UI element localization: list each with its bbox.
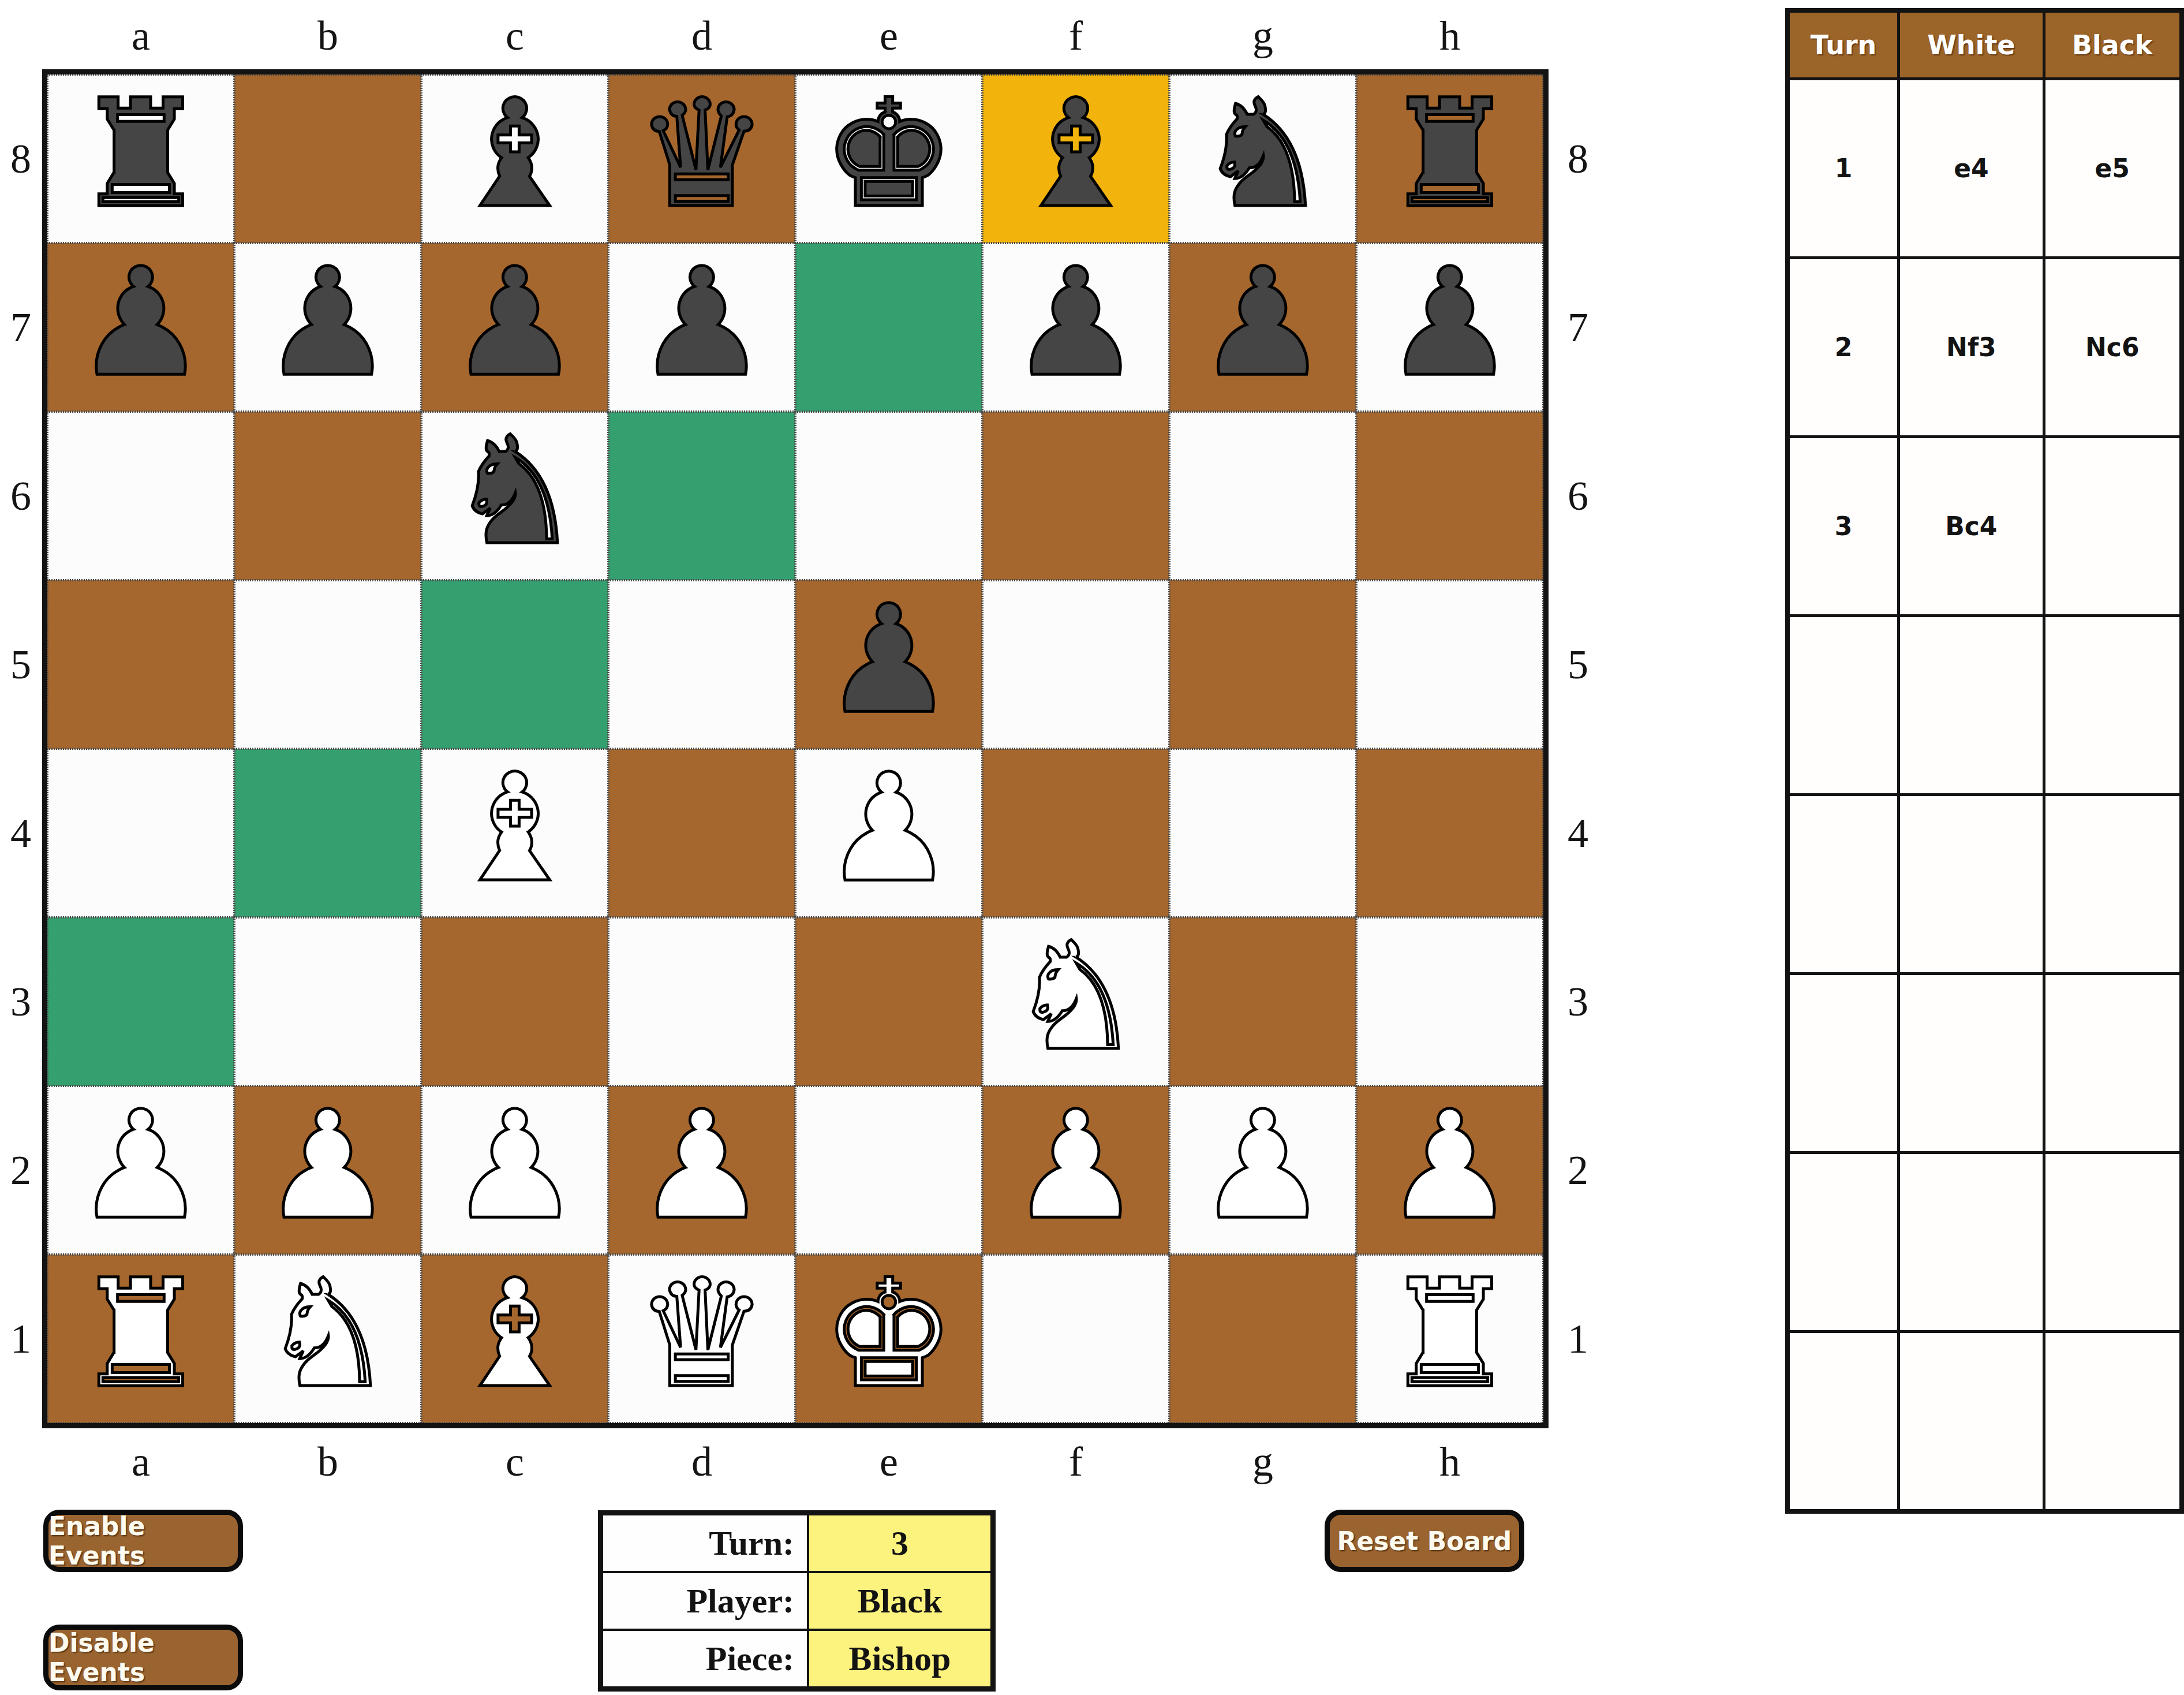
black-pawn-icon: ♟ <box>1196 248 1329 397</box>
move-row-7 <box>1787 1153 2182 1332</box>
square-b8[interactable] <box>234 74 421 243</box>
square-d5[interactable] <box>608 580 795 749</box>
black-knight-icon: ♞ <box>1196 80 1329 229</box>
file-label-d-bottom: d <box>608 1427 795 1496</box>
white-rook-icon: ♜ <box>1383 1260 1516 1409</box>
square-b2[interactable]: ♟ <box>234 1086 421 1255</box>
move-cell-black-6 <box>2044 974 2182 1153</box>
square-f1[interactable] <box>982 1255 1169 1423</box>
move-cell-turn-3: 3 <box>1787 437 1899 616</box>
file-label-b-top: b <box>234 8 421 64</box>
move-cell-turn-8 <box>1787 1332 1899 1512</box>
black-pawn-icon: ♟ <box>1009 248 1142 397</box>
square-h1[interactable]: ♜ <box>1356 1255 1543 1423</box>
disable-events-button[interactable]: Disable Events <box>43 1625 243 1690</box>
square-h4[interactable] <box>1356 749 1543 917</box>
white-king-icon: ♚ <box>822 1260 955 1409</box>
black-rook-icon: ♜ <box>1383 80 1516 229</box>
square-d2[interactable]: ♟ <box>608 1086 795 1255</box>
move-list-body: 1e4e52Nf3Nc63Bc4 <box>1787 79 2182 1512</box>
move-cell-turn-6 <box>1787 974 1899 1153</box>
square-c5[interactable] <box>421 580 608 749</box>
rank-label-2-right: 2 <box>1543 1086 1613 1255</box>
file-label-d-top: d <box>608 8 795 64</box>
white-pawn-icon: ♟ <box>74 1091 207 1240</box>
file-label-a-bottom: a <box>47 1427 234 1496</box>
status-row-turn: Turn: 3 <box>601 1513 993 1573</box>
black-pawn-icon: ♟ <box>1383 248 1516 397</box>
status-player-label: Player: <box>601 1572 809 1630</box>
rank-label-5-left: 5 <box>0 580 42 749</box>
move-list-header: TurnWhiteBlack <box>1787 10 2182 79</box>
move-cell-white-1: e4 <box>1899 79 2044 258</box>
square-g8[interactable]: ♞ <box>1169 74 1356 243</box>
file-label-g-bottom: g <box>1169 1427 1356 1496</box>
status-table: Turn: 3 Player: Black Piece: Bishop <box>598 1510 996 1692</box>
rank-label-8-right: 8 <box>1543 74 1613 243</box>
move-row-8 <box>1787 1332 2182 1512</box>
rank-label-4-left: 4 <box>0 749 42 917</box>
white-bishop-icon: ♝ <box>448 1260 581 1409</box>
move-cell-black-7 <box>2044 1153 2182 1332</box>
square-b7[interactable]: ♟ <box>234 243 421 412</box>
move-row-5 <box>1787 795 2182 974</box>
black-king-icon: ♚ <box>822 80 955 229</box>
square-f2[interactable]: ♟ <box>982 1086 1169 1255</box>
move-cell-black-4 <box>2044 616 2182 795</box>
square-d8[interactable]: ♛ <box>608 74 795 243</box>
file-label-a-top: a <box>47 8 234 64</box>
move-cell-turn-2: 2 <box>1787 258 1899 437</box>
move-cell-white-4 <box>1899 616 2044 795</box>
square-h7[interactable]: ♟ <box>1356 243 1543 412</box>
square-b6[interactable] <box>234 412 421 580</box>
black-pawn-icon: ♟ <box>635 248 768 397</box>
move-header-turn: Turn <box>1787 10 1899 79</box>
square-g5[interactable] <box>1169 580 1356 749</box>
square-a1[interactable]: ♜ <box>47 1255 234 1423</box>
file-label-h-bottom: h <box>1356 1427 1543 1496</box>
white-pawn-icon: ♟ <box>448 1091 581 1240</box>
enable-events-button[interactable]: Enable Events <box>43 1510 243 1572</box>
move-cell-white-5 <box>1899 795 2044 974</box>
square-e4[interactable]: ♟ <box>795 749 982 917</box>
square-b3[interactable] <box>234 917 421 1086</box>
square-e2[interactable] <box>795 1086 982 1255</box>
reset-board-button[interactable]: Reset Board <box>1325 1510 1524 1572</box>
move-row-1: 1e4e5 <box>1787 79 2182 258</box>
white-knight-icon: ♞ <box>1009 923 1142 1071</box>
square-f5[interactable] <box>982 580 1169 749</box>
square-c1[interactable]: ♝ <box>421 1255 608 1423</box>
rank-label-4-right: 4 <box>1543 749 1613 917</box>
chess-app: abcdefgh 87654321 ♜♝♛♚♝♞♜♟♟♟♟♟♟♟♞♟♝♟♞♟♟♟… <box>0 0 2184 1695</box>
square-a2[interactable]: ♟ <box>47 1086 234 1255</box>
file-label-f-bottom: f <box>982 1427 1169 1496</box>
black-pawn-icon: ♟ <box>74 248 207 397</box>
white-pawn-icon: ♟ <box>635 1091 768 1240</box>
square-c6[interactable]: ♞ <box>421 412 608 580</box>
move-row-3: 3Bc4 <box>1787 437 2182 616</box>
square-b1[interactable]: ♞ <box>234 1255 421 1423</box>
white-pawn-icon: ♟ <box>1009 1091 1142 1240</box>
move-cell-black-8 <box>2044 1332 2182 1512</box>
black-rook-icon: ♜ <box>74 80 207 229</box>
status-player-value: Black <box>808 1572 993 1630</box>
status-piece-label: Piece: <box>601 1630 809 1689</box>
square-d3[interactable] <box>608 917 795 1086</box>
file-label-b-bottom: b <box>234 1427 421 1496</box>
rank-label-8-left: 8 <box>0 74 42 243</box>
square-e3[interactable] <box>795 917 982 1086</box>
square-g2[interactable]: ♟ <box>1169 1086 1356 1255</box>
move-header-row: TurnWhiteBlack <box>1787 10 2182 79</box>
square-h3[interactable] <box>1356 917 1543 1086</box>
black-bishop-icon: ♝ <box>1009 80 1142 229</box>
square-f6[interactable] <box>982 412 1169 580</box>
white-pawn-icon: ♟ <box>1196 1091 1329 1240</box>
status-turn-label: Turn: <box>601 1513 809 1573</box>
black-queen-icon: ♛ <box>635 80 768 229</box>
square-f7[interactable]: ♟ <box>982 243 1169 412</box>
white-pawn-icon: ♟ <box>261 1091 394 1240</box>
square-f3[interactable]: ♞ <box>982 917 1169 1086</box>
white-queen-icon: ♛ <box>635 1260 768 1409</box>
rank-label-6-left: 6 <box>0 412 42 580</box>
move-list-table: TurnWhiteBlack 1e4e52Nf3Nc63Bc4 <box>1785 8 2184 1514</box>
status-piece-value: Bishop <box>808 1630 993 1689</box>
square-a5[interactable] <box>47 580 234 749</box>
black-pawn-icon: ♟ <box>261 248 394 397</box>
move-cell-white-2: Nf3 <box>1899 258 2044 437</box>
square-e6[interactable] <box>795 412 982 580</box>
rank-label-2-left: 2 <box>0 1086 42 1255</box>
square-e8[interactable]: ♚ <box>795 74 982 243</box>
rank-labels-right: 87654321 <box>1543 74 1613 1423</box>
move-cell-turn-4 <box>1787 616 1899 795</box>
move-cell-turn-1: 1 <box>1787 79 1899 258</box>
rank-label-6-right: 6 <box>1543 412 1613 580</box>
square-h6[interactable] <box>1356 412 1543 580</box>
square-e5[interactable]: ♟ <box>795 580 982 749</box>
file-label-f-top: f <box>982 8 1169 64</box>
file-label-e-top: e <box>795 8 982 64</box>
square-g7[interactable]: ♟ <box>1169 243 1356 412</box>
black-pawn-icon: ♟ <box>822 585 955 734</box>
white-knight-icon: ♞ <box>261 1260 394 1409</box>
square-h8[interactable]: ♜ <box>1356 74 1543 243</box>
square-g6[interactable] <box>1169 412 1356 580</box>
square-a7[interactable]: ♟ <box>47 243 234 412</box>
move-cell-black-2: Nc6 <box>2044 258 2182 437</box>
square-b4[interactable] <box>234 749 421 917</box>
square-c7[interactable]: ♟ <box>421 243 608 412</box>
square-g4[interactable] <box>1169 749 1356 917</box>
square-a3[interactable] <box>47 917 234 1086</box>
square-h5[interactable] <box>1356 580 1543 749</box>
move-cell-black-3 <box>2044 437 2182 616</box>
square-c2[interactable]: ♟ <box>421 1086 608 1255</box>
square-g3[interactable] <box>1169 917 1356 1086</box>
white-pawn-icon: ♟ <box>822 754 955 903</box>
rank-label-3-right: 3 <box>1543 917 1613 1086</box>
square-g1[interactable] <box>1169 1255 1356 1423</box>
status-turn-value: 3 <box>808 1513 993 1573</box>
rank-label-1-right: 1 <box>1543 1255 1613 1423</box>
white-pawn-icon: ♟ <box>1383 1091 1516 1240</box>
file-label-g-top: g <box>1169 8 1356 64</box>
move-cell-black-1: e5 <box>2044 79 2182 258</box>
black-bishop-icon: ♝ <box>448 80 581 229</box>
rank-label-1-left: 1 <box>0 1255 42 1423</box>
rank-label-7-left: 7 <box>0 243 42 412</box>
move-cell-white-7 <box>1899 1153 2044 1332</box>
file-labels-bottom: abcdefgh <box>47 1427 1543 1496</box>
rank-label-3-left: 3 <box>0 917 42 1086</box>
file-labels-top: abcdefgh <box>47 8 1543 64</box>
move-cell-white-8 <box>1899 1332 2044 1512</box>
square-a4[interactable] <box>47 749 234 917</box>
rank-label-5-right: 5 <box>1543 580 1613 749</box>
square-d4[interactable] <box>608 749 795 917</box>
file-label-c-bottom: c <box>421 1427 608 1496</box>
square-d7[interactable]: ♟ <box>608 243 795 412</box>
move-cell-turn-7 <box>1787 1153 1899 1332</box>
square-h2[interactable]: ♟ <box>1356 1086 1543 1255</box>
square-d6[interactable] <box>608 412 795 580</box>
move-cell-turn-5 <box>1787 795 1899 974</box>
move-row-4 <box>1787 616 2182 795</box>
square-a6[interactable] <box>47 412 234 580</box>
black-pawn-icon: ♟ <box>448 248 581 397</box>
square-c8[interactable]: ♝ <box>421 74 608 243</box>
move-cell-white-6 <box>1899 974 2044 1153</box>
square-f4[interactable] <box>982 749 1169 917</box>
move-row-2: 2Nf3Nc6 <box>1787 258 2182 437</box>
square-a8[interactable]: ♜ <box>47 74 234 243</box>
black-knight-icon: ♞ <box>448 417 581 566</box>
move-cell-black-5 <box>2044 795 2182 974</box>
file-label-e-bottom: e <box>795 1427 982 1496</box>
move-row-6 <box>1787 974 2182 1153</box>
white-rook-icon: ♜ <box>74 1260 207 1409</box>
move-header-black: Black <box>2044 10 2182 79</box>
move-header-white: White <box>1899 10 2044 79</box>
rank-labels-left: 87654321 <box>0 74 42 1423</box>
square-c3[interactable] <box>421 917 608 1086</box>
move-cell-white-3: Bc4 <box>1899 437 2044 616</box>
square-e7[interactable] <box>795 243 982 412</box>
square-e1[interactable]: ♚ <box>795 1255 982 1423</box>
square-d1[interactable]: ♛ <box>608 1255 795 1423</box>
file-label-h-top: h <box>1356 8 1543 64</box>
status-row-piece: Piece: Bishop <box>601 1630 993 1689</box>
square-b5[interactable] <box>234 580 421 749</box>
white-bishop-icon: ♝ <box>448 754 581 903</box>
square-c4[interactable]: ♝ <box>421 749 608 917</box>
file-label-c-top: c <box>421 8 608 64</box>
rank-label-7-right: 7 <box>1543 243 1613 412</box>
status-row-player: Player: Black <box>601 1572 993 1630</box>
chess-board: ♜♝♛♚♝♞♜♟♟♟♟♟♟♟♞♟♝♟♞♟♟♟♟♟♟♟♜♞♝♛♚♜ <box>42 69 1549 1428</box>
square-f8[interactable]: ♝ <box>982 74 1169 243</box>
